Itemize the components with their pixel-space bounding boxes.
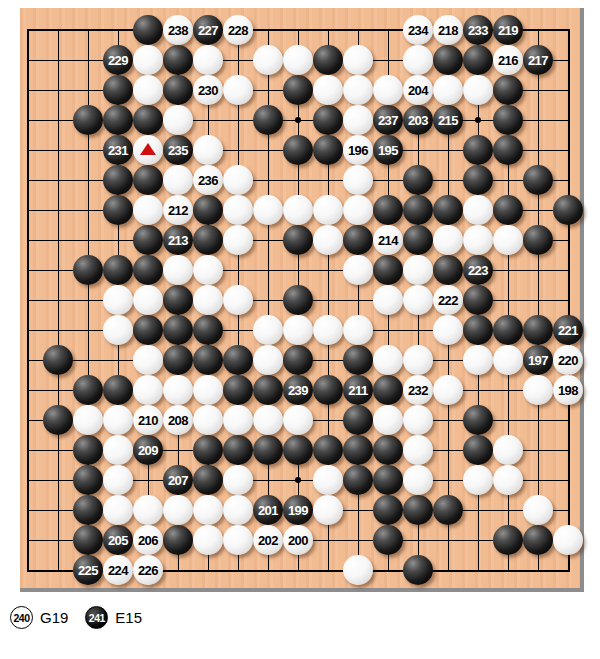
go-stone-white-F16: [163, 105, 193, 135]
go-stone-black-N4: [373, 465, 403, 495]
go-stone-white-K9: [283, 315, 313, 345]
go-stone-white-F7: [163, 375, 193, 405]
go-stone-white-E13: [133, 195, 163, 225]
caption-stone-241: 241: [85, 606, 108, 629]
go-stone-white-K2: 200: [283, 525, 313, 555]
go-stone-black-F4: 207: [163, 465, 193, 495]
go-stone-white-P12: [433, 225, 463, 255]
go-stone-black-S12: [523, 225, 553, 255]
go-stone-white-G14: 236: [193, 165, 223, 195]
stone-move-number: 220: [558, 354, 578, 367]
go-stone-black-F15: 235: [163, 135, 193, 165]
go-stone-black-J3: 201: [253, 495, 283, 525]
go-stone-black-O13: [403, 195, 433, 225]
go-stone-black-C11: [73, 255, 103, 285]
go-stone-black-F9: [163, 315, 193, 345]
go-stone-black-D17: [103, 75, 133, 105]
go-stone-black-Q9: [463, 315, 493, 345]
go-stone-black-Q14: [463, 165, 493, 195]
go-stone-black-L15: [313, 135, 343, 165]
go-stone-white-M14: [343, 165, 373, 195]
go-stone-white-L3: [313, 495, 343, 525]
go-stone-white-M16: [343, 105, 373, 135]
caption-stone-240: 240: [10, 606, 33, 629]
go-stone-white-E6: 210: [133, 405, 163, 435]
go-stone-black-C7: [73, 375, 103, 405]
go-stone-white-F11: [163, 255, 193, 285]
go-stone-black-M4: [343, 465, 373, 495]
go-stone-white-J18: [253, 45, 283, 75]
go-stone-white-E8: [133, 345, 163, 375]
go-stone-white-H4: [223, 465, 253, 495]
stone-move-number: 226: [138, 564, 158, 577]
stone-move-number: 208: [168, 414, 188, 427]
stone-move-number: 199: [288, 504, 308, 517]
go-stone-white-H10: [223, 285, 253, 315]
go-stone-black-O12: [403, 225, 433, 255]
go-stone-white-M1: [343, 555, 373, 585]
stone-move-number: 228: [228, 24, 248, 37]
go-stone-black-E14: [133, 165, 163, 195]
go-stone-black-Q6: [463, 405, 493, 435]
go-stone-black-D15: 231: [103, 135, 133, 165]
go-stone-white-O19: 234: [403, 15, 433, 45]
go-stone-black-S9: [523, 315, 553, 345]
go-stone-black-J7: [253, 375, 283, 405]
go-stone-black-D16: [103, 105, 133, 135]
go-stone-black-C3: [73, 495, 103, 525]
go-stone-black-P18: [433, 45, 463, 75]
go-stone-black-L5: [313, 435, 343, 465]
go-stone-white-R18: 216: [493, 45, 523, 75]
go-stone-black-F10: [163, 285, 193, 315]
caption-coord-240: G19: [40, 609, 68, 626]
go-stone-black-K8: [283, 345, 313, 375]
go-stone-black-M8: [343, 345, 373, 375]
go-stone-black-S2: [523, 525, 553, 555]
go-stone-white-R8: [493, 345, 523, 375]
go-stone-white-H12: [223, 225, 253, 255]
go-stone-black-Q19: 233: [463, 15, 493, 45]
go-stone-white-R5: [493, 435, 523, 465]
go-stone-white-P9: [433, 315, 463, 345]
go-stone-black-Q10: [463, 285, 493, 315]
go-stone-white-D3: [103, 495, 133, 525]
go-stone-white-O11: [403, 255, 433, 285]
go-stone-white-O4: [403, 465, 433, 495]
stone-move-number: 205: [108, 534, 128, 547]
go-stone-black-K17: [283, 75, 313, 105]
go-stone-white-H2: [223, 525, 253, 555]
go-stone-white-F6: 208: [163, 405, 193, 435]
stone-move-number: 219: [498, 24, 518, 37]
go-stone-white-R12: [493, 225, 523, 255]
go-stone-white-J8: [253, 345, 283, 375]
go-stone-black-Q15: [463, 135, 493, 165]
triangle-marker-icon: [140, 143, 156, 155]
go-stone-black-F17: [163, 75, 193, 105]
go-stone-white-E18: [133, 45, 163, 75]
go-stone-black-L7: [313, 375, 343, 405]
go-stone-black-N16: 237: [373, 105, 403, 135]
stone-move-number: 198: [558, 384, 578, 397]
go-stone-black-Q5: [463, 435, 493, 465]
go-stone-black-D13: [103, 195, 133, 225]
go-stone-white-N12: 214: [373, 225, 403, 255]
go-stone-black-R2: [493, 525, 523, 555]
stone-move-number: 197: [528, 354, 548, 367]
stone-move-number: 211: [348, 384, 367, 397]
go-stone-black-O14: [403, 165, 433, 195]
caption: 240 G19 241 E15: [10, 606, 152, 629]
caption-coord-241: E15: [115, 609, 142, 626]
go-stone-white-M9: [343, 315, 373, 345]
go-stone-white-M11: [343, 255, 373, 285]
go-stone-white-G6: [193, 405, 223, 435]
stone-move-number: 222: [438, 294, 458, 307]
go-stone-white-Q12: [463, 225, 493, 255]
stone-move-number: 214: [378, 234, 398, 247]
stone-move-number: 235: [168, 144, 188, 157]
go-stone-black-P11: [433, 255, 463, 285]
stone-move-number: 203: [408, 114, 428, 127]
go-stone-white-T8: 220: [553, 345, 583, 375]
stone-move-number: 212: [168, 204, 188, 217]
go-stone-white-H13: [223, 195, 253, 225]
go-stone-black-E5: 209: [133, 435, 163, 465]
stone-move-number: 218: [438, 24, 458, 37]
go-stone-black-K3: 199: [283, 495, 313, 525]
go-stone-white-D6: [103, 405, 133, 435]
go-stone-white-H6: [223, 405, 253, 435]
go-stone-black-G9: [193, 315, 223, 345]
go-stone-black-R17: [493, 75, 523, 105]
go-stone-white-N17: [373, 75, 403, 105]
go-stone-white-K6: [283, 405, 313, 435]
go-stone-white-M18: [343, 45, 373, 75]
stone-move-number: 229: [108, 54, 128, 67]
stone-move-number: 195: [378, 144, 398, 157]
go-stone-white-D9: [103, 315, 133, 345]
stone-move-number: 234: [408, 24, 428, 37]
go-stone-black-C5: [73, 435, 103, 465]
stone-move-number: 206: [138, 534, 158, 547]
go-stone-black-G5: [193, 435, 223, 465]
go-stone-white-L9: [313, 315, 343, 345]
go-stone-black-O16: 203: [403, 105, 433, 135]
go-stone-black-P16: 215: [433, 105, 463, 135]
stone-move-number: 210: [138, 414, 158, 427]
go-stone-white-Q4: [463, 465, 493, 495]
stone-move-number: 202: [258, 534, 278, 547]
stone-move-number: 200: [288, 534, 308, 547]
go-stone-white-E2: 206: [133, 525, 163, 555]
go-stone-black-Q18: [463, 45, 493, 75]
go-stone-white-D1: 224: [103, 555, 133, 585]
go-stone-white-F14: [163, 165, 193, 195]
go-stone-black-N2: [373, 525, 403, 555]
go-stone-black-R13: [493, 195, 523, 225]
go-stone-white-O5: [403, 435, 433, 465]
go-stone-black-N3: [373, 495, 403, 525]
go-stone-black-D2: 205: [103, 525, 133, 555]
go-stone-white-L17: [313, 75, 343, 105]
go-stone-white-T7: 198: [553, 375, 583, 405]
go-stone-white-C6: [73, 405, 103, 435]
go-stone-black-K5: [283, 435, 313, 465]
stone-move-number: 238: [168, 24, 188, 37]
go-stone-white-O7: 232: [403, 375, 433, 405]
go-stone-white-P19: 218: [433, 15, 463, 45]
stone-move-number: 230: [198, 84, 218, 97]
go-stone-white-E3: [133, 495, 163, 525]
go-stone-black-C16: [73, 105, 103, 135]
go-stone-white-G3: [193, 495, 223, 525]
go-stone-white-D10: [103, 285, 133, 315]
go-stone-black-S14: [523, 165, 553, 195]
go-stone-white-O18: [403, 45, 433, 75]
go-stone-white-G15: [193, 135, 223, 165]
go-stone-black-B8: [43, 345, 73, 375]
go-stone-black-F12: 213: [163, 225, 193, 255]
go-stone-black-O1: [403, 555, 433, 585]
go-stone-white-E17: [133, 75, 163, 105]
go-stone-white-F13: 212: [163, 195, 193, 225]
go-stone-white-T2: [553, 525, 583, 555]
go-stone-black-F18: [163, 45, 193, 75]
go-stone-white-L13: [313, 195, 343, 225]
stone-move-number: 236: [198, 174, 218, 187]
go-stone-white-M13: [343, 195, 373, 225]
go-stone-black-M5: [343, 435, 373, 465]
go-stone-white-L12: [313, 225, 343, 255]
go-stone-black-D7: [103, 375, 133, 405]
go-stone-black-K7: 239: [283, 375, 313, 405]
go-stone-white-P17: [433, 75, 463, 105]
go-stone-white-E10: [133, 285, 163, 315]
go-stone-white-G10: [193, 285, 223, 315]
go-stone-black-Q11: 223: [463, 255, 493, 285]
go-stone-black-N11: [373, 255, 403, 285]
go-stone-white-H14: [223, 165, 253, 195]
go-stone-black-T9: 221: [553, 315, 583, 345]
stone-move-number: 201: [258, 504, 278, 517]
go-stone-black-N5: [373, 435, 403, 465]
go-stone-white-H19: 228: [223, 15, 253, 45]
go-stone-white-P10: 222: [433, 285, 463, 315]
go-stone-white-J6: [253, 405, 283, 435]
go-stone-black-R15: [493, 135, 523, 165]
stone-move-number: 213: [168, 234, 188, 247]
go-stone-black-M12: [343, 225, 373, 255]
go-stone-white-H3: [223, 495, 253, 525]
go-stone-black-D11: [103, 255, 133, 285]
go-stone-white-J2: 202: [253, 525, 283, 555]
go-stone-white-O10: [403, 285, 433, 315]
star-point: [475, 117, 481, 123]
go-stone-white-K18: [283, 45, 313, 75]
go-stone-white-R4: [493, 465, 523, 495]
stone-move-number: 231: [108, 144, 128, 157]
go-stone-black-T13: [553, 195, 583, 225]
go-stone-white-E1: 226: [133, 555, 163, 585]
go-stone-black-N15: 195: [373, 135, 403, 165]
go-stone-white-O17: 204: [403, 75, 433, 105]
caption-stone-240-number: 240: [13, 612, 29, 624]
go-stone-white-F3: [163, 495, 193, 525]
go-stone-black-K12: [283, 225, 313, 255]
go-stone-black-R19: 219: [493, 15, 523, 45]
go-stone-white-S3: [523, 495, 553, 525]
go-stone-black-N13: [373, 195, 403, 225]
go-stone-black-N7: [373, 375, 403, 405]
go-stone-black-H5: [223, 435, 253, 465]
go-stone-white-D5: [103, 435, 133, 465]
go-stone-black-E11: [133, 255, 163, 285]
go-stone-white-M15: 196: [343, 135, 373, 165]
go-stone-black-K10: [283, 285, 313, 315]
go-stone-black-D14: [103, 165, 133, 195]
go-stone-black-C4: [73, 465, 103, 495]
go-stone-black-P13: [433, 195, 463, 225]
stone-move-number: 217: [528, 54, 548, 67]
go-stone-black-G8: [193, 345, 223, 375]
go-stone-white-N6: [373, 405, 403, 435]
go-stone-black-R9: [493, 315, 523, 345]
go-stone-white-D4: [103, 465, 133, 495]
stone-move-number: 216: [498, 54, 518, 67]
go-stone-white-G7: [193, 375, 223, 405]
go-stone-black-C2: [73, 525, 103, 555]
go-stone-black-D18: 229: [103, 45, 133, 75]
go-stone-black-J16: [253, 105, 283, 135]
go-stone-white-G18: [193, 45, 223, 75]
caption-stone-241-number: 241: [89, 612, 105, 624]
go-stone-black-P3: [433, 495, 463, 525]
go-stone-white-J9: [253, 315, 283, 345]
go-stone-white-G11: [193, 255, 223, 285]
go-stone-black-E16: [133, 105, 163, 135]
stone-move-number: 196: [348, 144, 368, 157]
go-stone-black-L16: [313, 105, 343, 135]
go-stone-black-F8: [163, 345, 193, 375]
go-stone-white-M17: [343, 75, 373, 105]
go-stone-black-S18: 217: [523, 45, 553, 75]
go-stone-white-P7: [433, 375, 463, 405]
stone-move-number: 209: [138, 444, 158, 457]
go-stone-white-K13: [283, 195, 313, 225]
stone-move-number: 239: [288, 384, 308, 397]
go-stone-white-O8: [403, 345, 433, 375]
go-stone-white-Q13: [463, 195, 493, 225]
go-stone-black-M7: 211: [343, 375, 373, 405]
go-stone-black-G13: [193, 195, 223, 225]
go-stone-black-O3: [403, 495, 433, 525]
go-board: 2272332192292172372032152312351952132232…: [20, 8, 584, 592]
go-stone-black-K15: [283, 135, 313, 165]
go-stone-black-M6: [343, 405, 373, 435]
stone-move-number: 225: [78, 564, 98, 577]
stone-move-number: 204: [408, 84, 428, 97]
stone-move-number: 215: [438, 114, 458, 127]
go-stone-black-G12: [193, 225, 223, 255]
go-stone-black-F2: [163, 525, 193, 555]
stone-move-number: 232: [408, 384, 428, 397]
go-stone-white-N10: [373, 285, 403, 315]
go-stone-white-J13: [253, 195, 283, 225]
go-stone-black-S8: 197: [523, 345, 553, 375]
go-stone-black-B6: [43, 405, 73, 435]
stone-move-number: 237: [378, 114, 398, 127]
go-stone-white-G2: [193, 525, 223, 555]
go-stone-white-G17: 230: [193, 75, 223, 105]
go-stone-black-H7: [223, 375, 253, 405]
go-stone-white-H17: [223, 75, 253, 105]
go-stone-black-L18: [313, 45, 343, 75]
go-stone-white-N8: [373, 345, 403, 375]
stone-move-number: 227: [198, 24, 218, 37]
go-stone-black-E12: [133, 225, 163, 255]
go-stone-black-J5: [253, 435, 283, 465]
star-point: [295, 117, 301, 123]
go-stone-black-R16: [493, 105, 523, 135]
go-stone-black-E9: [133, 315, 163, 345]
go-stone-white-O6: [403, 405, 433, 435]
go-stone-black-G19: 227: [193, 15, 223, 45]
go-stone-white-S7: [523, 375, 553, 405]
stone-move-number: 223: [468, 264, 488, 277]
go-stone-black-C1: 225: [73, 555, 103, 585]
go-stone-white-Q8: [463, 345, 493, 375]
go-stone-black-E19: [133, 15, 163, 45]
go-stone-white-Q17: [463, 75, 493, 105]
stone-move-number: 224: [108, 564, 128, 577]
go-kifu-diagram: 2272332192292172372032152312351952132232…: [0, 0, 600, 659]
stone-move-number: 207: [168, 474, 188, 487]
go-stone-white-L4: [313, 465, 343, 495]
go-stone-black-G4: [193, 465, 223, 495]
stone-move-number: 233: [468, 24, 488, 37]
go-stone-white-F19: 238: [163, 15, 193, 45]
stone-move-number: 221: [558, 324, 578, 337]
go-stone-white-E15: [133, 135, 163, 165]
go-stone-white-E7: [133, 375, 163, 405]
go-stone-black-H8: [223, 345, 253, 375]
star-point: [295, 477, 301, 483]
